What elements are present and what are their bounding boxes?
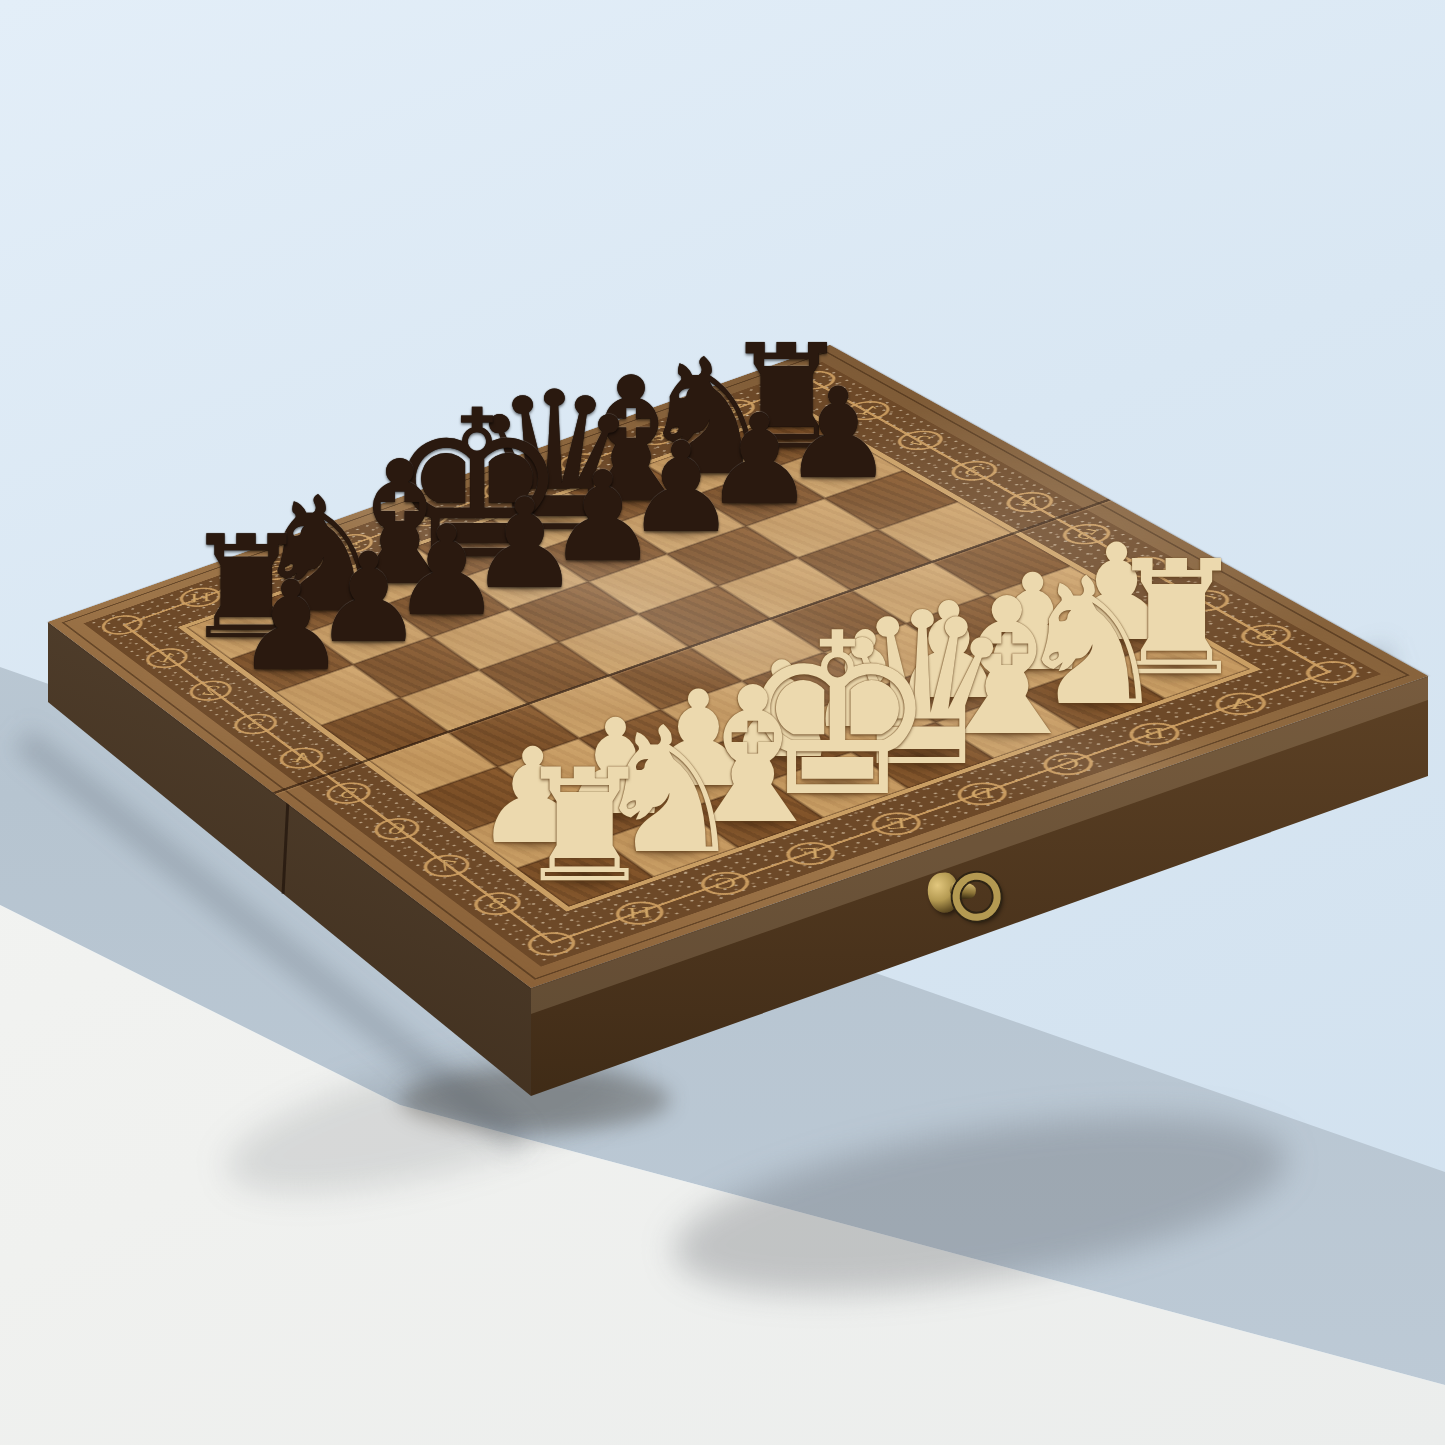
pieces-layer: ♜♞♝♛♚♝♞♜♟♟♟♟♟♟♟♟♟♟♟♟♟♟♟♟♜♞♝♛♚♝♞♜ <box>0 0 1445 1445</box>
black-pawn[interactable]: ♟ <box>236 565 347 688</box>
white-rook[interactable]: ♜ <box>515 749 655 905</box>
product-photo-scene: AA11BB22CC33DD44EE55FF66GG77HH88 ♜♞♝♛♚♝♞… <box>0 0 1445 1445</box>
